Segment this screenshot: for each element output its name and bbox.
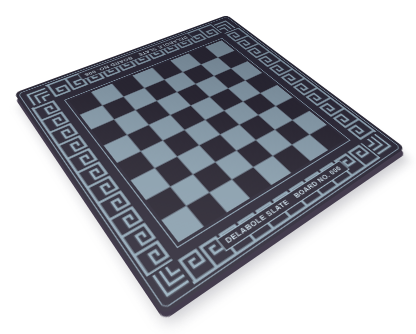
chessboard: DELABOLE SLATE BOARD NO. 006 DELABOLE SL… <box>14 15 405 315</box>
product-photo-stage: DELABOLE SLATE BOARD NO. 006 DELABOLE SL… <box>0 0 416 334</box>
